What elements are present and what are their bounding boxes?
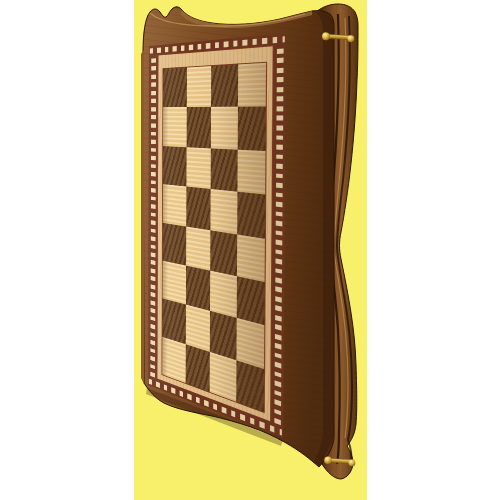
- square: [186, 66, 211, 107]
- square: [236, 276, 264, 325]
- square: [237, 107, 266, 151]
- square: [211, 107, 238, 149]
- square: [210, 352, 236, 402]
- square: [186, 265, 211, 311]
- square: [211, 148, 238, 192]
- square: [163, 68, 186, 108]
- square: [186, 226, 211, 270]
- square: [185, 344, 210, 392]
- square: [236, 360, 264, 412]
- square: [186, 187, 211, 230]
- square: [210, 271, 236, 318]
- left-edge-sliver: [141, 50, 144, 384]
- square: [163, 107, 186, 147]
- square: [236, 234, 264, 282]
- square: [211, 64, 238, 107]
- square: [237, 149, 266, 194]
- square: [186, 107, 211, 148]
- square: [163, 146, 186, 187]
- square: [210, 189, 237, 234]
- square: [163, 222, 186, 265]
- square: [163, 261, 186, 305]
- maple-margin: 2468: [157, 45, 274, 422]
- photo-stage: 2468: [0, 0, 500, 500]
- chess-board-grid: [161, 62, 267, 414]
- square: [210, 230, 236, 276]
- board-face-panel: 2468: [148, 33, 286, 438]
- square: [162, 337, 185, 383]
- square: [186, 147, 211, 189]
- square: [237, 192, 265, 239]
- square: [163, 184, 186, 226]
- square: [237, 63, 266, 107]
